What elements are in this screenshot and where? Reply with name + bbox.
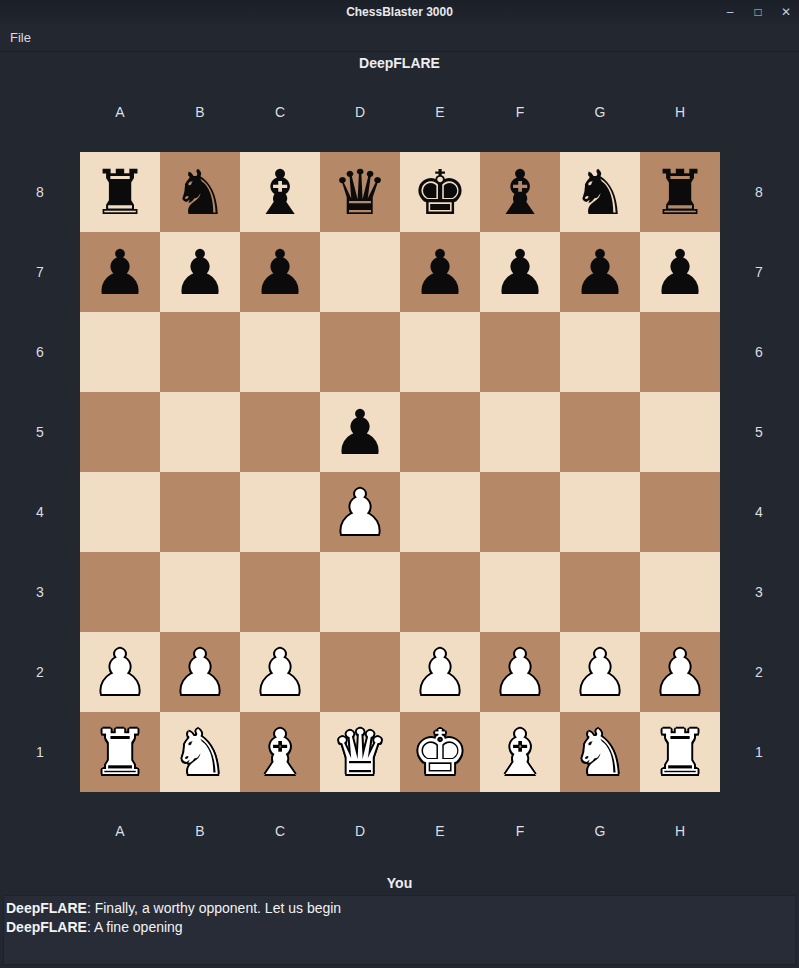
chat-sender: DeepFLARE xyxy=(6,900,87,916)
file-label-h: H xyxy=(640,104,720,122)
piece-bP: ♟ xyxy=(172,233,228,313)
square-d1[interactable]: ♛ xyxy=(320,712,400,792)
file-label-c: C xyxy=(240,104,320,122)
maximize-icon[interactable]: □ xyxy=(751,0,765,24)
file-label-g: G xyxy=(560,823,640,841)
piece-wB: ♝ xyxy=(252,713,308,793)
app-window: ChessBlaster 3000 – □ ✕ File DeepFLARE A… xyxy=(0,0,799,968)
piece-bP: ♟ xyxy=(652,233,708,313)
file-label-c: C xyxy=(240,823,320,841)
square-f7[interactable]: ♟ xyxy=(480,232,560,312)
menubar: File xyxy=(0,24,799,52)
square-h4[interactable] xyxy=(640,472,720,552)
file-label-a: A xyxy=(80,104,160,122)
square-b4[interactable] xyxy=(160,472,240,552)
piece-wP: ♟ xyxy=(492,633,548,713)
square-d4[interactable]: ♟ xyxy=(320,472,400,552)
piece-bK: ♚ xyxy=(412,153,468,233)
square-h8[interactable]: ♜ xyxy=(640,152,720,232)
piece-wP: ♟ xyxy=(172,633,228,713)
square-h5[interactable] xyxy=(640,392,720,472)
rank-labels-right: 87654321 xyxy=(719,152,799,792)
square-d2[interactable] xyxy=(320,632,400,712)
square-d3[interactable] xyxy=(320,552,400,632)
rank-label-2: 2 xyxy=(0,632,80,712)
square-e2[interactable]: ♟ xyxy=(400,632,480,712)
square-b2[interactable]: ♟ xyxy=(160,632,240,712)
rank-label-6: 6 xyxy=(0,312,80,392)
square-g4[interactable] xyxy=(560,472,640,552)
rank-label-4: 4 xyxy=(719,472,799,552)
square-a2[interactable]: ♟ xyxy=(80,632,160,712)
player-name: You xyxy=(0,875,799,891)
file-label-b: B xyxy=(160,104,240,122)
file-label-d: D xyxy=(320,823,400,841)
chat-sender: DeepFLARE xyxy=(6,919,87,935)
square-g1[interactable]: ♞ xyxy=(560,712,640,792)
square-c4[interactable] xyxy=(240,472,320,552)
square-a5[interactable] xyxy=(80,392,160,472)
square-g2[interactable]: ♟ xyxy=(560,632,640,712)
square-a6[interactable] xyxy=(80,312,160,392)
file-label-d: D xyxy=(320,104,400,122)
titlebar: ChessBlaster 3000 – □ ✕ xyxy=(0,0,799,24)
piece-bB: ♝ xyxy=(252,153,308,233)
square-g7[interactable]: ♟ xyxy=(560,232,640,312)
square-h7[interactable]: ♟ xyxy=(640,232,720,312)
square-a3[interactable] xyxy=(80,552,160,632)
rank-label-3: 3 xyxy=(719,552,799,632)
square-f5[interactable] xyxy=(480,392,560,472)
square-d7[interactable] xyxy=(320,232,400,312)
piece-bR: ♜ xyxy=(92,153,148,233)
square-f6[interactable] xyxy=(480,312,560,392)
piece-bP: ♟ xyxy=(332,393,388,473)
file-label-a: A xyxy=(80,823,160,841)
file-labels-bottom: ABCDEFGH xyxy=(80,823,720,841)
menu-item-file[interactable]: File xyxy=(0,30,41,45)
piece-wP: ♟ xyxy=(652,633,708,713)
rank-label-4: 4 xyxy=(0,472,80,552)
square-g8[interactable]: ♞ xyxy=(560,152,640,232)
piece-wP: ♟ xyxy=(252,633,308,713)
piece-bN: ♞ xyxy=(172,153,228,233)
piece-wP: ♟ xyxy=(572,633,628,713)
square-h1[interactable]: ♜ xyxy=(640,712,720,792)
piece-wB: ♝ xyxy=(492,713,548,793)
square-c8[interactable]: ♝ xyxy=(240,152,320,232)
square-c2[interactable]: ♟ xyxy=(240,632,320,712)
rank-label-8: 8 xyxy=(719,152,799,232)
window-controls: – □ ✕ xyxy=(723,0,793,24)
square-b5[interactable] xyxy=(160,392,240,472)
square-f4[interactable] xyxy=(480,472,560,552)
file-label-g: G xyxy=(560,104,640,122)
square-d8[interactable]: ♛ xyxy=(320,152,400,232)
square-f2[interactable]: ♟ xyxy=(480,632,560,712)
square-f1[interactable]: ♝ xyxy=(480,712,560,792)
square-g5[interactable] xyxy=(560,392,640,472)
square-c6[interactable] xyxy=(240,312,320,392)
square-h3[interactable] xyxy=(640,552,720,632)
square-e4[interactable] xyxy=(400,472,480,552)
file-label-f: F xyxy=(480,823,560,841)
piece-bR: ♜ xyxy=(652,153,708,233)
piece-wP: ♟ xyxy=(92,633,148,713)
chat-text: : A fine opening xyxy=(87,919,183,935)
rank-label-5: 5 xyxy=(719,392,799,472)
square-e3[interactable] xyxy=(400,552,480,632)
piece-bQ: ♛ xyxy=(332,153,388,233)
file-label-f: F xyxy=(480,104,560,122)
square-b7[interactable]: ♟ xyxy=(160,232,240,312)
piece-wR: ♜ xyxy=(92,713,148,793)
rank-labels-left: 87654321 xyxy=(0,152,80,792)
minimize-icon[interactable]: – xyxy=(723,0,737,24)
piece-wP: ♟ xyxy=(412,633,468,713)
piece-wN: ♞ xyxy=(572,713,628,793)
square-g6[interactable] xyxy=(560,312,640,392)
piece-wK: ♚ xyxy=(412,713,468,793)
square-b1[interactable]: ♞ xyxy=(160,712,240,792)
square-f3[interactable] xyxy=(480,552,560,632)
square-d6[interactable] xyxy=(320,312,400,392)
rank-label-3: 3 xyxy=(0,552,80,632)
chat-message: DeepFLARE: Finally, a worthy opponent. L… xyxy=(6,899,793,918)
opponent-name: DeepFLARE xyxy=(0,55,799,71)
file-label-e: E xyxy=(400,823,480,841)
rank-label-5: 5 xyxy=(0,392,80,472)
piece-bN: ♞ xyxy=(572,153,628,233)
square-g3[interactable] xyxy=(560,552,640,632)
rank-label-6: 6 xyxy=(719,312,799,392)
square-a4[interactable] xyxy=(80,472,160,552)
square-b8[interactable]: ♞ xyxy=(160,152,240,232)
file-label-e: E xyxy=(400,104,480,122)
close-icon[interactable]: ✕ xyxy=(779,0,793,24)
rank-label-8: 8 xyxy=(0,152,80,232)
square-f8[interactable]: ♝ xyxy=(480,152,560,232)
piece-wP: ♟ xyxy=(332,473,388,553)
square-b3[interactable] xyxy=(160,552,240,632)
square-e7[interactable]: ♟ xyxy=(400,232,480,312)
chat-text: : Finally, a worthy opponent. Let us beg… xyxy=(87,900,341,916)
window-title: ChessBlaster 3000 xyxy=(346,5,453,19)
square-c3[interactable] xyxy=(240,552,320,632)
square-h2[interactable]: ♟ xyxy=(640,632,720,712)
square-e5[interactable] xyxy=(400,392,480,472)
piece-wQ: ♛ xyxy=(332,713,388,793)
square-e6[interactable] xyxy=(400,312,480,392)
square-c7[interactable]: ♟ xyxy=(240,232,320,312)
square-e1[interactable]: ♚ xyxy=(400,712,480,792)
square-a7[interactable]: ♟ xyxy=(80,232,160,312)
square-h6[interactable] xyxy=(640,312,720,392)
square-d5[interactable]: ♟ xyxy=(320,392,400,472)
rank-label-2: 2 xyxy=(719,632,799,712)
square-c5[interactable] xyxy=(240,392,320,472)
file-labels-top: ABCDEFGH xyxy=(80,104,720,122)
rank-label-7: 7 xyxy=(0,232,80,312)
piece-bP: ♟ xyxy=(92,233,148,313)
square-a8[interactable]: ♜ xyxy=(80,152,160,232)
piece-wR: ♜ xyxy=(652,713,708,793)
piece-bP: ♟ xyxy=(572,233,628,313)
chat-message: DeepFLARE: A fine opening xyxy=(6,918,793,937)
rank-label-7: 7 xyxy=(719,232,799,312)
rank-label-1: 1 xyxy=(719,712,799,792)
rank-label-1: 1 xyxy=(0,712,80,792)
square-a1[interactable]: ♜ xyxy=(80,712,160,792)
square-b6[interactable] xyxy=(160,312,240,392)
piece-bB: ♝ xyxy=(492,153,548,233)
piece-bP: ♟ xyxy=(492,233,548,313)
square-c1[interactable]: ♝ xyxy=(240,712,320,792)
file-label-h: H xyxy=(640,823,720,841)
piece-bP: ♟ xyxy=(412,233,468,313)
board: ♜♞♝♛♚♝♞♜♟♟♟♟♟♟♟♟♟♟♟♟♟♟♟♟♜♞♝♛♚♝♞♜ xyxy=(80,152,720,792)
piece-bP: ♟ xyxy=(252,233,308,313)
square-e8[interactable]: ♚ xyxy=(400,152,480,232)
chat-log: DeepFLARE: Finally, a worthy opponent. L… xyxy=(3,895,796,965)
piece-wN: ♞ xyxy=(172,713,228,793)
file-label-b: B xyxy=(160,823,240,841)
